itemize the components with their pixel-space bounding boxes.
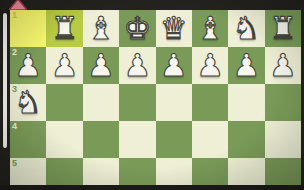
square-f4[interactable]: [83, 121, 119, 158]
white-pawn[interactable]: ♟: [51, 50, 79, 81]
rank-label: 1: [12, 11, 17, 20]
white-pawn[interactable]: ♟: [196, 50, 224, 81]
white-pawn[interactable]: ♟: [87, 50, 115, 81]
bottom-bar: [0, 185, 304, 190]
square-h1[interactable]: 1: [10, 10, 46, 47]
white-pawn[interactable]: ♟: [160, 50, 188, 81]
square-b4[interactable]: [228, 121, 264, 158]
square-g1[interactable]: ♜: [46, 10, 82, 47]
square-c3[interactable]: [192, 84, 228, 121]
square-d1[interactable]: ♛: [156, 10, 192, 47]
square-g2[interactable]: ♟: [46, 47, 82, 84]
square-d3[interactable]: [156, 84, 192, 121]
white-bishop[interactable]: ♝: [196, 13, 224, 44]
square-a1[interactable]: ♜: [265, 10, 301, 47]
square-f2[interactable]: ♟: [83, 47, 119, 84]
square-c2[interactable]: ♟: [192, 47, 228, 84]
square-g3[interactable]: [46, 84, 82, 121]
white-pawn[interactable]: ♟: [14, 50, 42, 81]
white-king[interactable]: ♚: [123, 13, 151, 44]
pink-triangle-icon: [9, 0, 27, 10]
square-e1[interactable]: ♚: [119, 10, 155, 47]
square-e2[interactable]: ♟: [119, 47, 155, 84]
square-e4[interactable]: [119, 121, 155, 158]
rank-label: 2: [12, 48, 17, 57]
white-pawn[interactable]: ♟: [123, 50, 151, 81]
rank-label: 5: [12, 159, 17, 168]
square-f1[interactable]: ♝: [83, 10, 119, 47]
square-a4[interactable]: [265, 121, 301, 158]
white-rook[interactable]: ♜: [269, 13, 297, 44]
square-h3[interactable]: 3♞: [10, 84, 46, 121]
square-f3[interactable]: [83, 84, 119, 121]
white-pawn[interactable]: ♟: [269, 50, 297, 81]
square-b1[interactable]: ♞: [228, 10, 264, 47]
square-c1[interactable]: ♝: [192, 10, 228, 47]
square-e3[interactable]: [119, 84, 155, 121]
square-b2[interactable]: ♟: [228, 47, 264, 84]
square-a3[interactable]: [265, 84, 301, 121]
white-pawn[interactable]: ♟: [233, 50, 261, 81]
square-c4[interactable]: [192, 121, 228, 158]
white-knight[interactable]: ♞: [233, 13, 261, 44]
square-d2[interactable]: ♟: [156, 47, 192, 84]
video-frame: 1♜♝♚♛♝♞♜2♟♟♟♟♟♟♟♟3♞45: [0, 0, 304, 190]
chess-board: 1♜♝♚♛♝♞♜2♟♟♟♟♟♟♟♟3♞45: [10, 10, 301, 190]
square-h2[interactable]: 2♟: [10, 47, 46, 84]
white-bishop[interactable]: ♝: [87, 13, 115, 44]
square-d4[interactable]: [156, 121, 192, 158]
square-b3[interactable]: [228, 84, 264, 121]
white-rook[interactable]: ♜: [51, 13, 79, 44]
square-a2[interactable]: ♟: [265, 47, 301, 84]
white-queen[interactable]: ♛: [160, 13, 188, 44]
rank-label: 4: [12, 122, 17, 131]
left-edge-scrollbar[interactable]: [3, 13, 7, 148]
square-g4[interactable]: [46, 121, 82, 158]
square-h4[interactable]: 4: [10, 121, 46, 158]
white-knight[interactable]: ♞: [14, 87, 42, 118]
rank-label: 3: [12, 85, 17, 94]
